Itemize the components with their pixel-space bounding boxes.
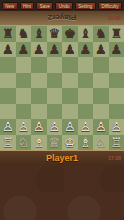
chess-app-window: New Hint Save Undo Setting Difficulty Pl…	[0, 0, 124, 220]
square-e7[interactable]: ♟	[62, 42, 78, 58]
square-g3[interactable]	[93, 104, 109, 120]
square-f2[interactable]: ♙	[78, 119, 94, 135]
player2-bar: Player2 00:01	[0, 11, 124, 26]
square-c3[interactable]	[31, 104, 47, 120]
square-e2[interactable]: ♙	[62, 119, 78, 135]
square-b5[interactable]	[16, 73, 32, 89]
square-a1[interactable]: ♖	[0, 135, 16, 151]
square-e4[interactable]	[62, 88, 78, 104]
piece-white-pawn[interactable]: ♙	[95, 119, 107, 134]
piece-white-pawn[interactable]: ♙	[2, 119, 14, 134]
square-g5[interactable]	[93, 73, 109, 89]
piece-black-pawn[interactable]: ♟	[95, 42, 107, 57]
square-h1[interactable]: ♖	[109, 135, 125, 151]
undo-button[interactable]: Undo	[55, 2, 72, 10]
square-d3[interactable]	[47, 104, 63, 120]
piece-white-pawn[interactable]: ♙	[33, 119, 45, 134]
piece-black-bishop[interactable]: ♝	[79, 26, 91, 41]
square-a4[interactable]	[0, 88, 16, 104]
piece-black-queen[interactable]: ♛	[48, 26, 60, 41]
piece-black-pawn[interactable]: ♟	[110, 42, 122, 57]
square-h7[interactable]: ♟	[109, 42, 125, 58]
square-g4[interactable]	[93, 88, 109, 104]
settings-button[interactable]: Setting	[75, 2, 96, 10]
hint-button[interactable]: Hint	[20, 2, 35, 10]
square-a8[interactable]: ♜	[0, 26, 16, 42]
square-d2[interactable]: ♙	[47, 119, 63, 135]
player1-name: Player1	[0, 153, 124, 163]
piece-white-bishop[interactable]: ♗	[79, 135, 91, 150]
piece-black-knight[interactable]: ♞	[17, 26, 29, 41]
piece-white-pawn[interactable]: ♙	[64, 119, 76, 134]
square-h6[interactable]	[109, 57, 125, 73]
menu-bar: New Hint Save Undo Setting Difficulty	[0, 0, 124, 11]
square-d1[interactable]: ♕	[47, 135, 63, 151]
piece-black-pawn[interactable]: ♟	[48, 42, 60, 57]
square-b3[interactable]	[16, 104, 32, 120]
piece-white-pawn[interactable]: ♙	[110, 119, 122, 134]
square-f3[interactable]	[78, 104, 94, 120]
square-g8[interactable]: ♞	[93, 26, 109, 42]
piece-white-pawn[interactable]: ♙	[17, 119, 29, 134]
square-d8[interactable]: ♛	[47, 26, 63, 42]
square-g7[interactable]: ♟	[93, 42, 109, 58]
square-f5[interactable]	[78, 73, 94, 89]
square-c5[interactable]	[31, 73, 47, 89]
square-c2[interactable]: ♙	[31, 119, 47, 135]
new-game-button[interactable]: New	[2, 2, 18, 10]
square-f7[interactable]: ♟	[78, 42, 94, 58]
square-g1[interactable]: ♘	[93, 135, 109, 151]
player1-bar: Player1 17:08	[0, 150, 124, 166]
piece-black-rook[interactable]: ♜	[110, 26, 122, 41]
player1-timer: 17:08	[108, 155, 121, 161]
piece-white-rook[interactable]: ♖	[2, 135, 14, 150]
square-h3[interactable]	[109, 104, 125, 120]
square-b6[interactable]	[16, 57, 32, 73]
square-d7[interactable]: ♟	[47, 42, 63, 58]
piece-white-queen[interactable]: ♕	[48, 135, 60, 150]
square-d4[interactable]	[47, 88, 63, 104]
square-e1[interactable]: ♔	[62, 135, 78, 151]
square-c4[interactable]	[31, 88, 47, 104]
chess-board: ♜♞♝♛♚♝♞♜♟♟♟♟♟♟♟♟♙♙♙♙♙♙♙♙♖♘♗♕♔♗♘♖	[0, 26, 124, 150]
square-d6[interactable]	[47, 57, 63, 73]
square-e6[interactable]	[62, 57, 78, 73]
piece-black-rook[interactable]: ♜	[2, 26, 14, 41]
square-b2[interactable]: ♙	[16, 119, 32, 135]
piece-black-king[interactable]: ♚	[64, 26, 76, 41]
square-c6[interactable]	[31, 57, 47, 73]
piece-black-pawn[interactable]: ♟	[79, 42, 91, 57]
square-a6[interactable]	[0, 57, 16, 73]
square-e3[interactable]	[62, 104, 78, 120]
square-b4[interactable]	[16, 88, 32, 104]
square-b1[interactable]: ♘	[16, 135, 32, 151]
square-h2[interactable]: ♙	[109, 119, 125, 135]
square-d5[interactable]	[47, 73, 63, 89]
square-g6[interactable]	[93, 57, 109, 73]
piece-black-bishop[interactable]: ♝	[33, 26, 45, 41]
square-c7[interactable]: ♟	[31, 42, 47, 58]
piece-black-pawn[interactable]: ♟	[33, 42, 45, 57]
square-b7[interactable]: ♟	[16, 42, 32, 58]
save-button[interactable]: Save	[36, 2, 53, 10]
piece-black-pawn[interactable]: ♟	[17, 42, 29, 57]
difficulty-button[interactable]: Difficulty	[98, 2, 122, 10]
square-e8[interactable]: ♚	[62, 26, 78, 42]
piece-black-pawn[interactable]: ♟	[64, 42, 76, 57]
square-f4[interactable]	[78, 88, 94, 104]
player2-name: Player2	[0, 13, 124, 22]
piece-black-knight[interactable]: ♞	[95, 26, 107, 41]
square-c8[interactable]: ♝	[31, 26, 47, 42]
piece-white-knight[interactable]: ♘	[17, 135, 29, 150]
square-a7[interactable]: ♟	[0, 42, 16, 58]
piece-white-king[interactable]: ♔	[64, 135, 76, 150]
piece-white-pawn[interactable]: ♙	[79, 119, 91, 134]
piece-black-pawn[interactable]: ♟	[2, 42, 14, 57]
square-f8[interactable]: ♝	[78, 26, 94, 42]
piece-white-bishop[interactable]: ♗	[33, 135, 45, 150]
square-f6[interactable]	[78, 57, 94, 73]
square-h5[interactable]	[109, 73, 125, 89]
player2-timer: 00:01	[108, 15, 121, 21]
square-h8[interactable]: ♜	[109, 26, 125, 42]
square-h4[interactable]	[109, 88, 125, 104]
square-f1[interactable]: ♗	[78, 135, 94, 151]
square-c1[interactable]: ♗	[31, 135, 47, 151]
square-a2[interactable]: ♙	[0, 119, 16, 135]
square-e5[interactable]	[62, 73, 78, 89]
piece-white-pawn[interactable]: ♙	[48, 119, 60, 134]
square-b8[interactable]: ♞	[16, 26, 32, 42]
piece-white-knight[interactable]: ♘	[95, 135, 107, 150]
piece-white-rook[interactable]: ♖	[110, 135, 122, 150]
square-a5[interactable]	[0, 73, 16, 89]
square-g2[interactable]: ♙	[93, 119, 109, 135]
square-a3[interactable]	[0, 104, 16, 120]
